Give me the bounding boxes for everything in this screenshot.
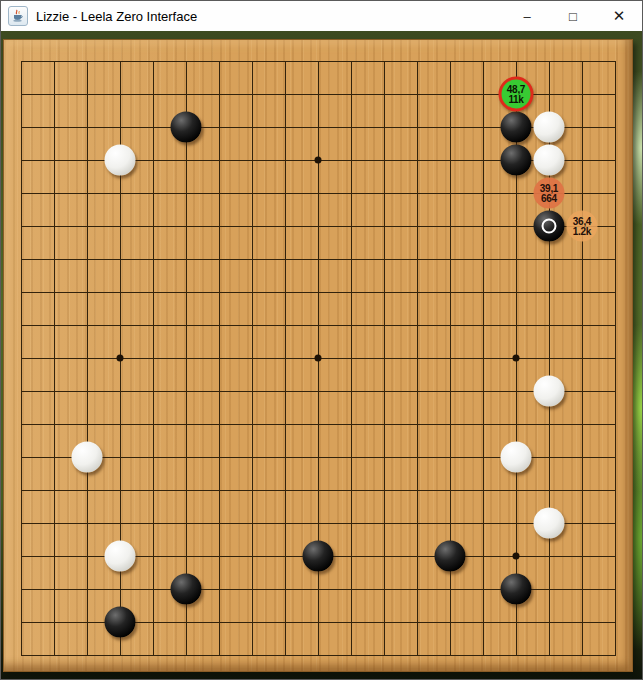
title-bar: Lizzie - Leela Zero Interface – □ ✕ — [1, 1, 642, 31]
black-stone-Q16 — [501, 145, 532, 176]
black-stone-N4 — [435, 541, 466, 572]
suggestion-winrate: 39,1 — [540, 183, 558, 193]
star-point — [117, 355, 124, 362]
suggestion-winrate: 36,4 — [573, 216, 591, 226]
white-stone-Q7 — [501, 442, 532, 473]
white-stone-D16 — [105, 145, 136, 176]
white-stone-D4 — [105, 541, 136, 572]
white-stone-R16 — [534, 145, 565, 176]
star-point — [315, 157, 322, 164]
last-move-marker — [542, 219, 557, 234]
suggested-move-R15[interactable]: 39,1664 — [534, 178, 565, 209]
java-coffee-cup-icon — [8, 6, 28, 26]
minimize-button[interactable]: – — [504, 1, 550, 31]
suggested-move-Q18[interactable]: 48,711k — [499, 77, 534, 112]
go-board[interactable]: 48,711k39,166436,41.2k — [3, 39, 633, 672]
suggestion-visits: 1.2k — [573, 226, 591, 236]
suggestion-winrate: 48,7 — [507, 84, 525, 94]
lizzie-window: Lizzie - Leela Zero Interface – □ ✕ 48,7… — [0, 0, 643, 680]
background-foliage: 48,711k39,166436,41.2k — [1, 31, 642, 680]
suggestion-visits: 11k — [508, 94, 523, 104]
star-point — [513, 355, 520, 362]
board-intersections: 48,711k39,166436,41.2k — [4, 40, 632, 671]
black-stone-F3 — [171, 574, 202, 605]
black-stone-K4 — [303, 541, 334, 572]
window-controls: – □ ✕ — [504, 1, 642, 31]
java-cup-glyph — [11, 9, 25, 23]
close-button[interactable]: ✕ — [596, 1, 642, 31]
white-stone-R17 — [534, 112, 565, 143]
black-stone-Q17 — [501, 112, 532, 143]
black-stone-R14 — [534, 211, 565, 242]
black-stone-D2 — [105, 607, 136, 638]
maximize-button[interactable]: □ — [550, 1, 596, 31]
star-point — [513, 553, 520, 560]
suggestion-visits: 664 — [541, 193, 557, 203]
window-title: Lizzie - Leela Zero Interface — [36, 9, 197, 24]
white-stone-R9 — [534, 376, 565, 407]
black-stone-F17 — [171, 112, 202, 143]
black-stone-Q3 — [501, 574, 532, 605]
white-stone-C7 — [72, 442, 103, 473]
suggested-move-S14[interactable]: 36,41.2k — [567, 211, 598, 242]
white-stone-R5 — [534, 508, 565, 539]
star-point — [315, 355, 322, 362]
